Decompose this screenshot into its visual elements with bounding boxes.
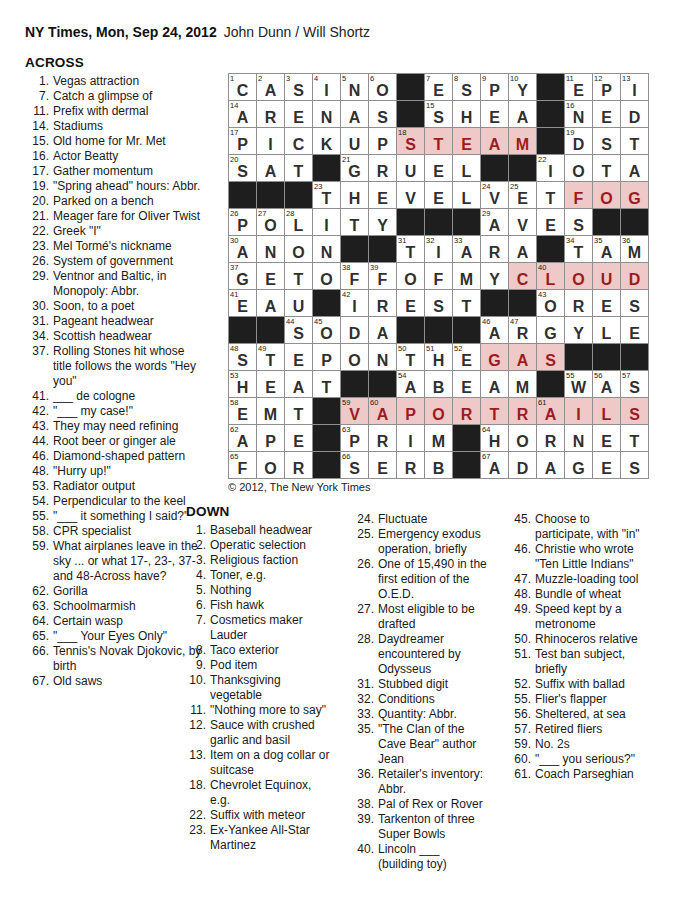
cell-r8c6[interactable]: 39F: [369, 263, 396, 289]
cell-r9c9[interactable]: T: [453, 290, 480, 316]
cell-r5c12[interactable]: T: [537, 182, 564, 208]
cell-r14c3[interactable]: E: [285, 425, 312, 451]
cell-r6c11[interactable]: V: [509, 209, 536, 235]
cell-r15c14[interactable]: E: [593, 452, 620, 478]
clue-text: Retailer's inventory: Abbr.: [378, 767, 488, 797]
cell-letter: B: [425, 379, 452, 396]
cell-r15c10[interactable]: 67A: [481, 452, 508, 478]
clue-across-62: 62.Gorilla: [25, 584, 203, 599]
clue-number: 24.: [350, 512, 374, 527]
cell-r14c10[interactable]: 64H: [481, 425, 508, 451]
cell-r2c10[interactable]: E: [481, 101, 508, 127]
cell-r10c12[interactable]: G: [537, 317, 564, 343]
cell-r15c13[interactable]: G: [565, 452, 592, 478]
cell-letter: T: [397, 244, 424, 261]
cell-letter: E: [593, 109, 620, 126]
clue-text: Fluctuate: [378, 512, 488, 527]
cell-letter: R: [369, 433, 396, 450]
cell-r2c11[interactable]: A: [509, 101, 536, 127]
cell-r8c4[interactable]: O: [313, 263, 340, 289]
cell-r10c11[interactable]: 47R: [509, 317, 536, 343]
cell-r13c8[interactable]: O: [425, 398, 452, 424]
cell-r7c15[interactable]: 36M: [621, 236, 648, 262]
cell-r2c3[interactable]: E: [285, 101, 312, 127]
clue-text: Radiator output: [53, 479, 203, 494]
cell-r2c4[interactable]: N: [313, 101, 340, 127]
clue-text: Stubbed digit: [378, 677, 488, 692]
clue-across-53: 53.Radiator output: [25, 479, 203, 494]
cell-letter: R: [285, 460, 312, 477]
cell-letter: T: [285, 163, 312, 180]
cell-letter: N: [565, 433, 592, 450]
cell-r4c7[interactable]: U: [397, 155, 424, 181]
cell-letter: O: [369, 82, 396, 99]
cell-r3c3[interactable]: C: [285, 128, 312, 154]
cell-r2c13[interactable]: 16N: [565, 101, 592, 127]
clue-across-22: 22.Greek "I": [25, 224, 203, 239]
cell-r7c7[interactable]: 31T: [397, 236, 424, 262]
cell-r2c2[interactable]: R: [257, 101, 284, 127]
clue-text: Greek "I": [53, 224, 203, 239]
cell-r7c4[interactable]: N: [313, 236, 340, 262]
cell-r12c3[interactable]: A: [285, 371, 312, 397]
cell-r15c11[interactable]: D: [509, 452, 536, 478]
cell-letter: C: [285, 136, 312, 153]
cell-r6c4[interactable]: I: [313, 209, 340, 235]
cell-r9c5[interactable]: 42I: [341, 290, 368, 316]
cell-r3c5[interactable]: U: [341, 128, 368, 154]
cell-r1c11[interactable]: 10Y: [509, 74, 536, 100]
cell-r10c3[interactable]: 44S: [285, 317, 312, 343]
clue-text: Vegas attraction: [53, 74, 203, 89]
cell-r4c5[interactable]: 21G: [341, 155, 368, 181]
cell-r9c7[interactable]: E: [397, 290, 424, 316]
cell-letter: S: [621, 460, 648, 477]
cell-r12c9[interactable]: E: [453, 371, 480, 397]
cell-r8c8[interactable]: F: [425, 263, 452, 289]
cell-r5c14[interactable]: O: [593, 182, 620, 208]
clue-text: Tennis's Novak Djokovic, by birth: [53, 644, 203, 674]
cell-r14c15[interactable]: T: [621, 425, 648, 451]
cell-r6c5[interactable]: T: [341, 209, 368, 235]
cell-r13c14[interactable]: L: [593, 398, 620, 424]
cell-r12c10[interactable]: A: [481, 371, 508, 397]
cell-r14c2[interactable]: P: [257, 425, 284, 451]
cell-r4c2[interactable]: A: [257, 155, 284, 181]
cell-r14c5[interactable]: 63P: [341, 425, 368, 451]
cell-r12c7[interactable]: 54A: [397, 371, 424, 397]
clue-across-58: 58.CPR specialist: [25, 524, 203, 539]
cell-letter: A: [229, 244, 256, 261]
cell-r5c7[interactable]: V: [397, 182, 424, 208]
clue-text: System of government: [53, 254, 203, 269]
cell-letter: G: [537, 325, 564, 342]
cell-r9c14[interactable]: E: [593, 290, 620, 316]
clue-text: One of 15,490 in the first edition of th…: [378, 557, 488, 602]
cell-r1c14[interactable]: 12P: [593, 74, 620, 100]
cell-letter: H: [481, 433, 508, 450]
black-cell-r10c2: [257, 317, 284, 343]
cell-r5c13[interactable]: F: [565, 182, 592, 208]
cell-r2c15[interactable]: D: [621, 101, 648, 127]
cell-letter: G: [481, 352, 508, 369]
cell-r13c1[interactable]: 58E: [229, 398, 256, 424]
clue-across-44: 44.Root beer or ginger ale: [25, 434, 203, 449]
clue-across-42: 42."___ my case!": [25, 404, 203, 419]
cell-r14c13[interactable]: N: [565, 425, 592, 451]
clue-number: 62.: [25, 584, 49, 599]
cell-r14c1[interactable]: 62A: [229, 425, 256, 451]
cell-r3c14[interactable]: S: [593, 128, 620, 154]
cell-r11c10[interactable]: G: [481, 344, 508, 370]
cell-r11c11[interactable]: A: [509, 344, 536, 370]
clue-text: Ventnor and Baltic, in Monopoly: Abbr.: [53, 269, 203, 299]
cell-r7c13[interactable]: 34T: [565, 236, 592, 262]
cell-r10c5[interactable]: D: [341, 317, 368, 343]
cell-r9c13[interactable]: R: [565, 290, 592, 316]
clue-number: 37.: [25, 344, 49, 389]
cell-r4c9[interactable]: L: [453, 155, 480, 181]
black-cell-r1c12: [537, 74, 564, 100]
cell-letter: O: [257, 460, 284, 477]
cell-r11c6[interactable]: N: [369, 344, 396, 370]
cell-r10c4[interactable]: 45O: [313, 317, 340, 343]
clue-across-43: 43.They may need refining: [25, 419, 203, 434]
clue-across-48: 48."Hurry up!": [25, 464, 203, 479]
cell-r11c8[interactable]: 51H: [425, 344, 452, 370]
cell-r14c6[interactable]: R: [369, 425, 396, 451]
cell-r3c13[interactable]: 19D: [565, 128, 592, 154]
cell-letter: R: [369, 163, 396, 180]
cell-r4c3[interactable]: T: [285, 155, 312, 181]
cell-r7c8[interactable]: 32I: [425, 236, 452, 262]
cell-r3c2[interactable]: I: [257, 128, 284, 154]
cell-r4c8[interactable]: E: [425, 155, 452, 181]
cell-r12c2[interactable]: E: [257, 371, 284, 397]
black-cell-r6c8: [425, 209, 452, 235]
cell-letter: P: [369, 136, 396, 153]
black-cell-r11c14: [593, 344, 620, 370]
cell-r10c10[interactable]: 46A: [481, 317, 508, 343]
cell-letter: U: [341, 136, 368, 153]
clue-number: 31.: [25, 314, 49, 329]
cell-letter: S: [537, 352, 564, 369]
cell-r8c5[interactable]: 38F: [341, 263, 368, 289]
cell-r13c6[interactable]: 60A: [369, 398, 396, 424]
cell-r11c5[interactable]: O: [341, 344, 368, 370]
clue-down-25: 25.Emergency exodus operation, briefly: [350, 527, 488, 557]
cell-r15c7[interactable]: R: [397, 452, 424, 478]
cell-r9c1[interactable]: 41E: [229, 290, 256, 316]
clue-text: Chevrolet Equinox, e.g.: [210, 778, 332, 808]
cell-r8c13[interactable]: O: [565, 263, 592, 289]
clue-down-45: 45.Choose to participate, with "in": [507, 512, 651, 542]
cell-r2c5[interactable]: A: [341, 101, 368, 127]
cell-r9c12[interactable]: 43O: [537, 290, 564, 316]
cell-r10c13[interactable]: Y: [565, 317, 592, 343]
clue-number: 63.: [25, 599, 49, 614]
cell-r9c6[interactable]: R: [369, 290, 396, 316]
cell-r1c4[interactable]: 4I: [313, 74, 340, 100]
cell-letter: V: [341, 406, 368, 423]
cell-r1c9[interactable]: 8S: [453, 74, 480, 100]
clue-number: 67.: [25, 674, 49, 689]
cell-r12c14[interactable]: 56A: [593, 371, 620, 397]
crossword-grid: 1C2A3S4I5N6O7E8S9P10Y11E12P13I14ARENAS15…: [228, 73, 649, 479]
cell-r14c7[interactable]: I: [397, 425, 424, 451]
clue-text: Rolling Stones hit whose title follows t…: [53, 344, 203, 389]
cell-r4c13[interactable]: O: [565, 155, 592, 181]
cell-r2c14[interactable]: E: [593, 101, 620, 127]
clue-down-59: 59.No. 2s: [507, 737, 651, 752]
clue-across-41: 41.___ de cologne: [25, 389, 203, 404]
clue-across-67: 67.Old saws: [25, 674, 203, 689]
cell-r15c6[interactable]: E: [369, 452, 396, 478]
cell-r14c12[interactable]: R: [537, 425, 564, 451]
cell-letter: S: [453, 82, 480, 99]
cell-r6c12[interactable]: E: [537, 209, 564, 235]
clue-text: Tarkenton of three Super Bowls: [378, 812, 488, 842]
black-cell-r12c5: [341, 371, 368, 397]
cell-r3c4[interactable]: K: [313, 128, 340, 154]
cell-r9c8[interactable]: S: [425, 290, 452, 316]
cell-r5c11[interactable]: 25E: [509, 182, 536, 208]
black-cell-r4c4: [313, 155, 340, 181]
cell-r3c6[interactable]: P: [369, 128, 396, 154]
cell-r4c1[interactable]: 20S: [229, 155, 256, 181]
cell-r15c5[interactable]: 66S: [341, 452, 368, 478]
cell-r7c11[interactable]: A: [509, 236, 536, 262]
cell-letter: A: [257, 82, 284, 99]
clue-number: 26.: [25, 254, 49, 269]
cell-r6c13[interactable]: S: [565, 209, 592, 235]
cell-r1c6[interactable]: 6O: [369, 74, 396, 100]
cell-letter: O: [509, 433, 536, 450]
cell-r1c13[interactable]: 11E: [565, 74, 592, 100]
cell-letter: E: [453, 352, 480, 369]
cell-r6c6[interactable]: Y: [369, 209, 396, 235]
cell-r10c15[interactable]: E: [621, 317, 648, 343]
cell-r11c9[interactable]: 52E: [453, 344, 480, 370]
cell-r1c15[interactable]: 13I: [621, 74, 648, 100]
cell-r5c4[interactable]: 23T: [313, 182, 340, 208]
clue-number: 56.: [507, 707, 531, 722]
cell-r12c11[interactable]: M: [509, 371, 536, 397]
cell-r13c2[interactable]: M: [257, 398, 284, 424]
cell-r9c2[interactable]: A: [257, 290, 284, 316]
cell-r4c6[interactable]: R: [369, 155, 396, 181]
cell-r2c9[interactable]: H: [453, 101, 480, 127]
cell-r8c14[interactable]: U: [593, 263, 620, 289]
clue-down-51: 51.Test ban subject, briefly: [507, 647, 651, 677]
cell-r2c6[interactable]: S: [369, 101, 396, 127]
clue-number: 7.: [25, 89, 49, 104]
cell-r6c2[interactable]: 27O: [257, 209, 284, 235]
clue-text: ___ de cologne: [53, 389, 203, 404]
cell-r8c11[interactable]: C: [509, 263, 536, 289]
cell-r4c14[interactable]: T: [593, 155, 620, 181]
cell-r13c5[interactable]: 59V: [341, 398, 368, 424]
black-cell-r2c7: [397, 101, 424, 127]
cell-letter: C: [509, 271, 536, 288]
cell-letter: S: [621, 406, 648, 423]
cell-r3c9[interactable]: E: [453, 128, 480, 154]
clue-number: 20.: [25, 194, 49, 209]
cell-letter: M: [257, 406, 284, 423]
cell-r3c15[interactable]: T: [621, 128, 648, 154]
cell-r1c10[interactable]: 9P: [481, 74, 508, 100]
cell-r8c2[interactable]: E: [257, 263, 284, 289]
cell-r5c6[interactable]: E: [369, 182, 396, 208]
cell-r5c5[interactable]: H: [341, 182, 368, 208]
cell-r8c15[interactable]: D: [621, 263, 648, 289]
clue-down-50: 50.Rhinoceros relative: [507, 632, 651, 647]
clue-text: "Hurry up!": [53, 464, 203, 479]
cell-r14c14[interactable]: E: [593, 425, 620, 451]
cell-r13c3[interactable]: T: [285, 398, 312, 424]
cell-letter: O: [313, 325, 340, 342]
clue-text: Old home for Mr. Met: [53, 134, 203, 149]
cell-r2c1[interactable]: 14A: [229, 101, 256, 127]
down-heading: DOWN: [186, 504, 230, 519]
cell-r13c9[interactable]: R: [453, 398, 480, 424]
clue-down-1: 1.Baseball headwear: [182, 523, 332, 538]
cell-letter: A: [229, 109, 256, 126]
cell-r6c3[interactable]: 28L: [285, 209, 312, 235]
cell-letter: T: [285, 271, 312, 288]
cell-r12c8[interactable]: B: [425, 371, 452, 397]
cell-r6c10[interactable]: 29A: [481, 209, 508, 235]
black-cell-r9c11: [509, 290, 536, 316]
cell-r10c14[interactable]: L: [593, 317, 620, 343]
cell-r8c12[interactable]: 40L: [537, 263, 564, 289]
cell-r13c12[interactable]: 61A: [537, 398, 564, 424]
cell-r13c13[interactable]: I: [565, 398, 592, 424]
cell-letter: G: [341, 163, 368, 180]
cell-r15c8[interactable]: B: [425, 452, 452, 478]
cell-letter: T: [285, 406, 312, 423]
cell-r3c11[interactable]: M: [509, 128, 536, 154]
cell-letter: S: [397, 136, 424, 153]
clue-text: "___ you serious?": [535, 752, 651, 767]
cell-r12c13[interactable]: 55W: [565, 371, 592, 397]
clue-text: Religious faction: [210, 553, 332, 568]
cell-r1c1[interactable]: 1C: [229, 74, 256, 100]
cell-r4c12[interactable]: 22I: [537, 155, 564, 181]
clue-number: 44.: [25, 434, 49, 449]
cell-r8c7[interactable]: O: [397, 263, 424, 289]
cell-r5c15[interactable]: G: [621, 182, 648, 208]
clue-across-23: 23.Mel Tormé's nickname: [25, 239, 203, 254]
cell-r3c1[interactable]: 17P: [229, 128, 256, 154]
cell-r7c14[interactable]: 35A: [593, 236, 620, 262]
cell-r1c8[interactable]: 7E: [425, 74, 452, 100]
cell-r12c15[interactable]: 57S: [621, 371, 648, 397]
cell-letter: S: [369, 109, 396, 126]
clue-across-14: 14.Stadiums: [25, 119, 203, 134]
cell-r7c3[interactable]: O: [285, 236, 312, 262]
cell-letter: F: [425, 271, 452, 288]
cell-r9c15[interactable]: S: [621, 290, 648, 316]
cell-letter: O: [425, 406, 452, 423]
black-cell-r10c7: [397, 317, 424, 343]
cell-letter: P: [229, 136, 256, 153]
cell-letter: R: [565, 298, 592, 315]
cell-letter: A: [537, 460, 564, 477]
cell-r7c2[interactable]: N: [257, 236, 284, 262]
cell-r7c10[interactable]: R: [481, 236, 508, 262]
cell-letter: A: [397, 379, 424, 396]
cell-r1c5[interactable]: 5N: [341, 74, 368, 100]
cell-letter: I: [565, 406, 592, 423]
cell-r11c1[interactable]: 48S: [229, 344, 256, 370]
cell-letter: Y: [565, 325, 592, 342]
cell-r3c10[interactable]: A: [481, 128, 508, 154]
cell-r11c2[interactable]: 49T: [257, 344, 284, 370]
cell-r6c1[interactable]: 26P: [229, 209, 256, 235]
cell-r11c7[interactable]: 50T: [397, 344, 424, 370]
cell-r3c8[interactable]: T: [425, 128, 452, 154]
cell-r4c15[interactable]: A: [621, 155, 648, 181]
cell-r13c7[interactable]: P: [397, 398, 424, 424]
cell-r3c7[interactable]: 18S: [397, 128, 424, 154]
cell-r15c12[interactable]: A: [537, 452, 564, 478]
cell-r12c1[interactable]: 53H: [229, 371, 256, 397]
clue-text: Cosmetics maker Lauder: [210, 613, 332, 643]
cell-r7c1[interactable]: 30A: [229, 236, 256, 262]
cell-r1c2[interactable]: 2A: [257, 74, 284, 100]
clue-down-49: 49.Speed kept by a metronome: [507, 602, 651, 632]
cell-r8c1[interactable]: 37G: [229, 263, 256, 289]
cell-r7c9[interactable]: 33A: [453, 236, 480, 262]
cell-r15c2[interactable]: O: [257, 452, 284, 478]
cell-r13c15[interactable]: S: [621, 398, 648, 424]
clue-across-29: 29.Ventnor and Baltic, in Monopoly: Abbr…: [25, 269, 203, 299]
cell-r12c4[interactable]: T: [313, 371, 340, 397]
cell-r8c3[interactable]: T: [285, 263, 312, 289]
cell-r2c8[interactable]: 15S: [425, 101, 452, 127]
clue-across-7: 7.Catch a glimpse of: [25, 89, 203, 104]
cell-r1c3[interactable]: 3S: [285, 74, 312, 100]
cell-letter: V: [397, 190, 424, 207]
cell-r10c6[interactable]: A: [369, 317, 396, 343]
cell-r14c8[interactable]: M: [425, 425, 452, 451]
clue-across-17: 17.Gather momentum: [25, 164, 203, 179]
cell-r13c10[interactable]: T: [481, 398, 508, 424]
cell-r5c9[interactable]: L: [453, 182, 480, 208]
cell-r11c12[interactable]: S: [537, 344, 564, 370]
clue-across-54: 54.Perpendicular to the keel: [25, 494, 203, 509]
clue-text: Soon, to a poet: [53, 299, 203, 314]
clue-number: 21.: [25, 209, 49, 224]
cell-r9c3[interactable]: U: [285, 290, 312, 316]
cell-r8c10[interactable]: Y: [481, 263, 508, 289]
cell-r14c11[interactable]: O: [509, 425, 536, 451]
cell-r5c10[interactable]: 24V: [481, 182, 508, 208]
cell-r11c4[interactable]: P: [313, 344, 340, 370]
cell-r8c9[interactable]: M: [453, 263, 480, 289]
cell-r15c1[interactable]: 65F: [229, 452, 256, 478]
clue-text: Scottish headwear: [53, 329, 203, 344]
cell-r11c3[interactable]: E: [285, 344, 312, 370]
clue-text: Quantity: Abbr.: [378, 707, 488, 722]
cell-r13c11[interactable]: R: [509, 398, 536, 424]
cell-r15c15[interactable]: S: [621, 452, 648, 478]
black-cell-r13c4: [313, 398, 340, 424]
cell-letter: A: [593, 244, 620, 261]
cell-r5c8[interactable]: E: [425, 182, 452, 208]
cell-r15c3[interactable]: R: [285, 452, 312, 478]
